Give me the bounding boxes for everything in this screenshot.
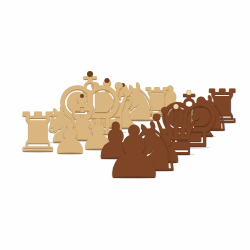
piece-ground-shadow (58, 152, 82, 155)
chess-set-product-photo: ♟♜♞♜♝♞♛♚♝♝♞♚♟♜♟♛♟♟♞♟ (0, 0, 250, 250)
piece-light-pawn: ♟ (49, 118, 91, 160)
king-finial-dot (87, 71, 93, 77)
piece-dark-pawn: ♟ (98, 116, 170, 188)
